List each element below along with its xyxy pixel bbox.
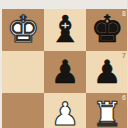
square-f8[interactable]: ♚ [2,9,44,51]
piece-black-pawn[interactable]: ♟ [44,51,86,93]
piece-white-pawn[interactable]: ♟ [44,93,86,128]
square-g7[interactable]: ♟ [44,51,86,93]
square-f7[interactable] [2,51,44,93]
square-h8[interactable]: ♚8 [86,9,128,51]
square-g8[interactable]: ♝ [44,9,86,51]
square-h7[interactable]: ♟7 [86,51,128,93]
square-f6[interactable] [2,93,44,128]
piece-black-king[interactable]: ♚ [86,9,128,51]
piece-black-bishop[interactable]: ♝ [44,9,86,51]
piece-black-pawn[interactable]: ♟ [86,51,128,93]
board-right-edge [127,0,128,128]
square-g6[interactable]: ♟ [44,93,86,128]
chess-board: ♚♝♚8♟♟7♟♜6 [2,9,128,128]
square-h6[interactable]: ♜6 [86,93,128,128]
piece-white-rook[interactable]: ♜ [86,93,128,128]
piece-white-king[interactable]: ♚ [2,9,44,51]
